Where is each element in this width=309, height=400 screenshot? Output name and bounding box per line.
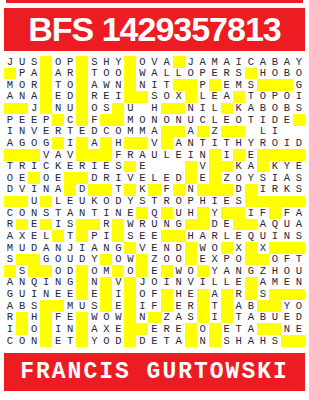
grid-cell-letter: N xyxy=(16,126,28,138)
grid-cell-letter: O xyxy=(269,68,281,80)
grid-cell-letter: S xyxy=(88,56,100,68)
grid-cell-letter: A xyxy=(293,207,305,219)
grid-cell-yellow xyxy=(245,68,257,80)
grid-cell-letter: H xyxy=(233,335,245,347)
grid-cell-letter: G xyxy=(40,254,52,266)
grid-cell-letter: M xyxy=(209,56,221,68)
grid-cell-letter: O xyxy=(257,91,269,103)
grid-cell-letter: I xyxy=(221,149,233,161)
grid-cell-letter: E xyxy=(233,230,245,242)
grid-cell-letter: A xyxy=(148,126,160,138)
grid-cell-yellow xyxy=(124,56,136,68)
grid-cell-yellow xyxy=(124,335,136,347)
grid-cell-letter: E xyxy=(245,149,257,161)
grid-cell-yellow xyxy=(40,300,52,312)
grid-cell-letter: S xyxy=(257,289,269,301)
grid-cell-yellow xyxy=(148,184,160,196)
grid-cell-letter: O xyxy=(112,126,124,138)
grid-cell-letter: A xyxy=(88,242,100,254)
grid-cell-letter: R xyxy=(16,161,28,173)
grid-cell-letter: A xyxy=(245,335,257,347)
grid-cell-letter: E xyxy=(281,277,293,289)
grid-cell-letter: A xyxy=(4,277,16,289)
grid-cell-letter: T xyxy=(64,335,76,347)
grid-cell-letter: U xyxy=(76,300,88,312)
grid-cell-yellow xyxy=(100,149,112,161)
grid-cell-yellow xyxy=(269,289,281,301)
grid-cell-letter: E xyxy=(293,323,305,335)
grid-cell-letter: E xyxy=(173,149,185,161)
grid-cell-yellow xyxy=(76,335,88,347)
grid-cell-letter: I xyxy=(148,79,160,91)
grid-cell-yellow xyxy=(173,126,185,138)
grid-cell-letter: A xyxy=(148,68,160,80)
grid-cell-letter: H xyxy=(112,137,124,149)
grid-cell-letter: A xyxy=(281,56,293,68)
title-banner: BFS 1429357813 xyxy=(4,8,305,51)
grid-cell-letter: O xyxy=(269,254,281,266)
grid-cell-letter: I xyxy=(76,242,88,254)
grid-cell-letter: G xyxy=(16,137,28,149)
grid-cell-letter: E xyxy=(16,172,28,184)
grid-cell-letter: I xyxy=(52,219,64,231)
grid-cell-yellow xyxy=(40,196,52,208)
grid-cell-letter: S xyxy=(293,184,305,196)
grid-cell-letter: S xyxy=(100,103,112,115)
grid-cell-letter: E xyxy=(64,289,76,301)
grid-cell-letter: Q xyxy=(245,230,257,242)
grid-cell-letter: S xyxy=(28,56,40,68)
grid-cell-yellow xyxy=(257,323,269,335)
grid-cell-letter: M xyxy=(4,79,16,91)
grid-cell-letter: I xyxy=(269,172,281,184)
grid-cell-letter: Y xyxy=(245,172,257,184)
grid-cell-yellow xyxy=(28,172,40,184)
grid-cell-letter: O xyxy=(209,242,221,254)
grid-cell-yellow xyxy=(136,91,148,103)
grid-cell-letter: L xyxy=(197,91,209,103)
grid-cell-letter: E xyxy=(76,126,88,138)
grid-cell-letter: U xyxy=(76,196,88,208)
grid-cell-letter: A xyxy=(88,323,100,335)
grid-cell-letter: I xyxy=(233,56,245,68)
grid-cell-letter: E xyxy=(64,196,76,208)
grid-cell-yellow xyxy=(40,312,52,324)
grid-cell-letter: Z xyxy=(221,172,233,184)
grid-cell-letter: I xyxy=(4,126,16,138)
grid-cell-yellow xyxy=(64,172,76,184)
grid-cell-letter: E xyxy=(52,172,64,184)
grid-cell-yellow xyxy=(4,149,16,161)
grid-cell-yellow xyxy=(28,254,40,266)
grid-cell-yellow xyxy=(233,91,245,103)
grid-cell-letter: S xyxy=(40,207,52,219)
grid-cell-letter: N xyxy=(197,149,209,161)
grid-cell-yellow xyxy=(173,103,185,115)
grid-cell-letter: A xyxy=(88,137,100,149)
grid-cell-letter: O xyxy=(161,254,173,266)
grid-cell-letter: U xyxy=(16,56,28,68)
grid-cell-yellow xyxy=(76,149,88,161)
grid-cell-letter: E xyxy=(221,79,233,91)
grid-cell-yellow xyxy=(40,219,52,231)
grid-cell-letter: Y xyxy=(88,254,100,266)
grid-cell-letter: X xyxy=(233,242,245,254)
grid-cell-letter: L xyxy=(52,196,64,208)
grid-cell-letter: V xyxy=(16,184,28,196)
grid-cell-letter: K xyxy=(88,196,100,208)
grid-cell-yellow xyxy=(281,289,293,301)
grid-cell-letter: G xyxy=(4,289,16,301)
grid-cell-letter: E xyxy=(209,68,221,80)
grid-cell-letter: A xyxy=(52,149,64,161)
grid-cell-letter: E xyxy=(148,335,160,347)
grid-cell-yellow xyxy=(52,114,64,126)
grid-cell-yellow xyxy=(209,184,221,196)
grid-cell-letter: N xyxy=(281,230,293,242)
grid-cell-yellow xyxy=(148,312,160,324)
grid-cell-letter: I xyxy=(136,300,148,312)
grid-cell-letter: H xyxy=(173,289,185,301)
book-title: BFS 1429357813 xyxy=(28,10,281,49)
grid-cell-letter: C xyxy=(100,126,112,138)
grid-cell-letter: A xyxy=(88,79,100,91)
grid-cell-yellow xyxy=(136,265,148,277)
grid-cell-letter: O xyxy=(52,56,64,68)
grid-cell-letter: A xyxy=(4,137,16,149)
grid-cell-yellow xyxy=(245,254,257,266)
grid-cell-letter: S xyxy=(185,312,197,324)
grid-cell-yellow xyxy=(124,323,136,335)
grid-cell-letter: O xyxy=(173,196,185,208)
grid-cell-letter: P xyxy=(4,114,16,126)
grid-cell-letter: N xyxy=(185,103,197,115)
grid-cell-letter: U xyxy=(64,103,76,115)
grid-cell-letter: I xyxy=(28,161,40,173)
grid-cell-letter: V xyxy=(124,172,136,184)
grid-cell-yellow xyxy=(257,79,269,91)
grid-cell-letter: N xyxy=(185,184,197,196)
grid-cell-letter: D xyxy=(173,242,185,254)
grid-cell-letter: E xyxy=(40,126,52,138)
grid-cell-blank xyxy=(293,126,305,138)
grid-cell-yellow xyxy=(161,265,173,277)
grid-cell-letter: N xyxy=(16,277,28,289)
grid-cell-letter: C xyxy=(245,56,257,68)
grid-cell-letter: R xyxy=(4,312,16,324)
grid-cell-letter: R xyxy=(124,149,136,161)
grid-cell-yellow xyxy=(233,219,245,231)
grid-cell-letter: O xyxy=(112,254,124,266)
grid-cell-letter: O xyxy=(269,137,281,149)
grid-cell-yellow xyxy=(76,172,88,184)
grid-cell-letter: A xyxy=(245,161,257,173)
grid-cell-yellow xyxy=(221,300,233,312)
grid-cell-yellow xyxy=(124,68,136,80)
grid-cell-letter: U xyxy=(148,219,160,231)
grid-cell-letter: E xyxy=(28,230,40,242)
grid-cell-letter: D xyxy=(64,91,76,103)
grid-cell-letter: E xyxy=(52,335,64,347)
grid-cell-letter: E xyxy=(209,91,221,103)
grid-cell-yellow xyxy=(76,114,88,126)
grid-cell-letter: E xyxy=(16,114,28,126)
grid-cell-letter: A xyxy=(245,103,257,115)
grid-cell-letter: O xyxy=(136,289,148,301)
grid-cell-yellow xyxy=(281,79,293,91)
grid-cell-letter: N xyxy=(293,277,305,289)
grid-cell-yellow xyxy=(233,207,245,219)
grid-cell-letter: Z xyxy=(209,126,221,138)
grid-cell-letter: Y xyxy=(293,56,305,68)
grid-cell-letter: T xyxy=(221,137,233,149)
grid-cell-letter: F xyxy=(281,254,293,266)
grid-cell-yellow xyxy=(40,265,52,277)
grid-cell-letter: C xyxy=(64,114,76,126)
grid-cell-letter: E xyxy=(52,289,64,301)
grid-cell-letter: I xyxy=(281,137,293,149)
grid-cell-letter: S xyxy=(112,161,124,173)
grid-cell-letter: L xyxy=(209,103,221,115)
grid-cell-letter: I xyxy=(100,207,112,219)
grid-cell-yellow xyxy=(52,230,64,242)
grid-cell-yellow xyxy=(185,254,197,266)
grid-cell-letter: A xyxy=(4,300,16,312)
grid-cell-letter: X xyxy=(16,230,28,242)
grid-cell-yellow xyxy=(100,184,112,196)
grid-cell-letter: Q xyxy=(148,207,160,219)
grid-cell-letter: L xyxy=(257,126,269,138)
grid-cell-letter: N xyxy=(197,335,209,347)
grid-cell-yellow xyxy=(209,79,221,91)
grid-cell-letter: T xyxy=(148,196,160,208)
grid-cell-letter: U xyxy=(293,265,305,277)
grid-cell-letter: I xyxy=(209,312,221,324)
grid-cell-yellow xyxy=(161,103,173,115)
grid-cell-letter: L xyxy=(40,230,52,242)
grid-cell-letter: X xyxy=(100,323,112,335)
grid-cell-letter: V xyxy=(136,242,148,254)
grid-cell-letter: H xyxy=(257,68,269,80)
grid-cell-letter: S xyxy=(233,68,245,80)
grid-cell-letter: S xyxy=(4,254,16,266)
grid-cell-letter: O xyxy=(148,277,160,289)
grid-cell-letter: T xyxy=(64,230,76,242)
grid-cell-yellow xyxy=(257,254,269,266)
grid-cell-yellow xyxy=(40,103,52,115)
grid-cell-letter: G xyxy=(64,277,76,289)
grid-cell-letter: V xyxy=(112,277,124,289)
grid-cell-letter: T xyxy=(197,137,209,149)
grid-cell-letter: B xyxy=(245,300,257,312)
grid-cell-yellow xyxy=(124,79,136,91)
grid-cell-letter: O xyxy=(52,265,64,277)
grid-cell-letter: A xyxy=(52,68,64,80)
grid-cell-letter: O xyxy=(88,103,100,115)
grid-cell-yellow xyxy=(245,196,257,208)
grid-cell-yellow xyxy=(100,254,112,266)
grid-cell-letter: A xyxy=(185,126,197,138)
grid-cell-yellow xyxy=(76,230,88,242)
grid-cell-letter: D xyxy=(136,335,148,347)
grid-cell-letter: S xyxy=(124,230,136,242)
grid-cell-yellow xyxy=(293,149,305,161)
grid-cell-letter: A xyxy=(221,91,233,103)
grid-cell-letter: A xyxy=(245,312,257,324)
grid-cell-letter: A xyxy=(161,56,173,68)
grid-cell-letter: D xyxy=(209,219,221,231)
grid-cell-letter: R xyxy=(136,219,148,231)
grid-cell-letter: Z xyxy=(148,254,160,266)
grid-cell-letter: N xyxy=(76,207,88,219)
grid-cell-yellow xyxy=(185,91,197,103)
grid-cell-yellow xyxy=(16,254,28,266)
grid-cell-letter: O xyxy=(136,114,148,126)
grid-cell-letter: W xyxy=(136,68,148,80)
grid-cell-letter: N xyxy=(112,207,124,219)
grid-cell-yellow xyxy=(16,103,28,115)
grid-cell-letter: P xyxy=(64,56,76,68)
grid-cell-yellow xyxy=(16,196,28,208)
grid-cell-yellow xyxy=(221,184,233,196)
grid-cell-letter: S xyxy=(233,196,245,208)
grid-cell-yellow xyxy=(173,79,185,91)
grid-cell-yellow xyxy=(112,103,124,115)
grid-cell-letter: S xyxy=(28,300,40,312)
grid-cell-letter: A xyxy=(64,207,76,219)
grid-cell-letter: B xyxy=(281,68,293,80)
grid-cell-yellow xyxy=(173,230,185,242)
grid-cell-letter: O xyxy=(197,323,209,335)
grid-cell-letter: L xyxy=(221,277,233,289)
grid-cell-yellow xyxy=(40,91,52,103)
grid-cell-letter: I xyxy=(197,277,209,289)
grid-cell-letter: G xyxy=(173,219,185,231)
grid-cell-letter: R xyxy=(88,91,100,103)
grid-cell-letter: R xyxy=(76,161,88,173)
grid-cell-letter: R xyxy=(221,68,233,80)
grid-cell-letter: N xyxy=(52,277,64,289)
grid-cell-yellow xyxy=(245,277,257,289)
grid-cell-letter: I xyxy=(28,184,40,196)
grid-cell-letter: K xyxy=(233,103,245,115)
grid-cell-letter: D xyxy=(112,335,124,347)
grid-cell-yellow xyxy=(124,184,136,196)
grid-cell-letter: Y xyxy=(209,265,221,277)
grid-cell-yellow xyxy=(4,196,16,208)
grid-cell-letter: N xyxy=(161,242,173,254)
puzzle-grid: JUSOPSHYOVAJAMAICABAYPAARTOOWALLOPERSHOB… xyxy=(4,56,305,347)
grid-cell-letter: C xyxy=(197,114,209,126)
grid-cell-yellow xyxy=(185,219,197,231)
grid-cell-letter: Y xyxy=(88,335,100,347)
grid-cell-letter: H xyxy=(148,103,160,115)
grid-cell-letter: T xyxy=(209,300,221,312)
grid-cell-letter: A xyxy=(173,137,185,149)
grid-cell-letter: V xyxy=(28,126,40,138)
grid-cell-letter: E xyxy=(28,114,40,126)
grid-cell-letter: E xyxy=(221,323,233,335)
grid-cell-letter: F xyxy=(112,149,124,161)
grid-cell-letter: W xyxy=(124,219,136,231)
grid-cell-letter: F xyxy=(281,207,293,219)
grid-cell-letter: D xyxy=(76,184,88,196)
grid-cell-letter: O xyxy=(293,68,305,80)
grid-cell-letter: X xyxy=(209,254,221,266)
grid-cell-yellow xyxy=(100,277,112,289)
grid-cell-letter: G xyxy=(40,137,52,149)
grid-cell-yellow xyxy=(136,137,148,149)
grid-cell-letter: P xyxy=(40,114,52,126)
grid-cell-letter: M xyxy=(4,242,16,254)
grid-cell-letter: E xyxy=(233,277,245,289)
grid-cell-letter: D xyxy=(269,114,281,126)
grid-cell-letter: E xyxy=(64,312,76,324)
grid-cell-letter: U xyxy=(16,242,28,254)
grid-cell-letter: W xyxy=(88,312,100,324)
grid-cell-letter: N xyxy=(161,219,173,231)
grid-cell-letter: V xyxy=(148,137,160,149)
grid-cell-letter: W xyxy=(124,254,136,266)
grid-cell-letter: K xyxy=(52,161,64,173)
grid-cell-letter: D xyxy=(293,137,305,149)
grid-cell-letter: O xyxy=(28,137,40,149)
grid-cell-letter: A xyxy=(245,323,257,335)
grid-cell-letter: S xyxy=(269,335,281,347)
grid-cell-letter: C xyxy=(40,161,52,173)
grid-cell-letter: Y xyxy=(281,300,293,312)
grid-cell-yellow xyxy=(28,265,40,277)
grid-cell-yellow xyxy=(257,300,269,312)
grid-cell-yellow xyxy=(269,242,281,254)
grid-cell-letter: L xyxy=(209,277,221,289)
grid-cell-letter: C xyxy=(4,207,16,219)
grid-cell-letter: D xyxy=(233,184,245,196)
grid-cell-letter: A xyxy=(257,277,269,289)
grid-cell-yellow xyxy=(40,335,52,347)
grid-cell-blank xyxy=(281,126,293,138)
grid-cell-letter: N xyxy=(112,79,124,91)
grid-cell-letter: A xyxy=(257,56,269,68)
grid-cell-yellow xyxy=(136,254,148,266)
grid-cell-letter: H xyxy=(233,137,245,149)
grid-cell-letter: P xyxy=(197,68,209,80)
grid-cell-letter: G xyxy=(112,242,124,254)
grid-cell-letter: Y xyxy=(281,161,293,173)
grid-cell-yellow xyxy=(40,79,52,91)
grid-cell-letter: N xyxy=(173,277,185,289)
grid-cell-letter: N xyxy=(52,242,64,254)
grid-cell-yellow xyxy=(185,161,197,173)
grid-cell-letter: A xyxy=(173,335,185,347)
grid-cell-letter: E xyxy=(100,91,112,103)
grid-cell-letter: N xyxy=(233,265,245,277)
grid-cell-letter: H xyxy=(185,207,197,219)
grid-cell-letter: E xyxy=(148,230,160,242)
grid-cell-yellow xyxy=(185,172,197,184)
grid-cell-letter: O xyxy=(112,68,124,80)
grid-cell-letter: Z xyxy=(257,265,269,277)
grid-cell-letter: U xyxy=(269,312,281,324)
grid-cell-letter: E xyxy=(148,242,160,254)
grid-cell-yellow xyxy=(197,126,209,138)
grid-cell-letter: I xyxy=(161,277,173,289)
grid-cell-letter: A xyxy=(281,172,293,184)
grid-cell-letter: A xyxy=(233,300,245,312)
grid-cell-letter: R xyxy=(269,184,281,196)
grid-cell-letter: K xyxy=(136,184,148,196)
grid-cell-blank xyxy=(136,103,148,115)
